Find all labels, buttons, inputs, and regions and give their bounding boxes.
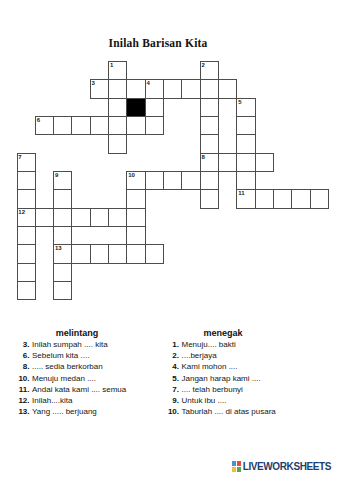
crossword-cell[interactable] — [53, 263, 72, 282]
crossword-cell[interactable] — [200, 171, 219, 190]
crossword-cell[interactable] — [17, 281, 36, 300]
crossword-cell[interactable] — [200, 134, 219, 153]
crossword-cell[interactable] — [236, 98, 255, 117]
clue-list-text: .... telah berbunyi — [182, 384, 243, 395]
crossword-cell[interactable] — [71, 116, 90, 135]
down-heading: menegak — [183, 328, 263, 338]
clue-row: 2.....berjaya — [150, 350, 276, 361]
clue-row: 12.Inilah....kita — [1, 395, 127, 406]
crossword-cell[interactable] — [181, 79, 200, 98]
clue-list-number: 12. — [1, 395, 30, 406]
clue-list-number: 9. — [150, 395, 179, 406]
crossword-cell[interactable] — [108, 134, 127, 153]
liveworksheets-brand[interactable]: LIVEWORKSHEETS — [232, 460, 331, 473]
crossword-cell[interactable] — [218, 153, 237, 172]
clue-list-number: 6. — [1, 350, 30, 361]
crossword-cell[interactable] — [17, 189, 36, 208]
crossword-cell[interactable] — [53, 208, 72, 227]
crossword-cell[interactable] — [145, 79, 164, 98]
clue-row: 10.Taburlah .... di atas pusara — [150, 406, 276, 417]
clue-row: 10.Menuju medan .... — [1, 373, 127, 384]
crossword-cell[interactable] — [163, 171, 182, 190]
crossword-cell[interactable] — [126, 79, 145, 98]
crossword-cell[interactable] — [200, 98, 219, 117]
crossword-cell[interactable] — [200, 61, 219, 80]
crossword-cell[interactable] — [236, 153, 255, 172]
clue-list-text: Menuju.... bakti — [182, 339, 236, 350]
crossword-cell[interactable] — [17, 208, 36, 227]
clue-list-text: Jangan harap kami .... — [182, 373, 261, 384]
crossword-cell[interactable] — [163, 79, 182, 98]
crossword-cell[interactable] — [200, 189, 219, 208]
crossword-cell[interactable] — [236, 134, 255, 153]
crossword-cell[interactable] — [53, 116, 72, 135]
crossword-cell[interactable] — [108, 208, 127, 227]
clue-list-number: 3. — [1, 339, 30, 350]
crossword-cell[interactable] — [35, 208, 54, 227]
crossword-cell[interactable] — [255, 189, 274, 208]
clue-list-text: Sebelum kita .... — [32, 350, 89, 361]
crossword-cell[interactable] — [236, 116, 255, 135]
crossword-cell[interactable] — [17, 171, 36, 190]
brand-name: LIVEWORKSHEETS — [243, 460, 331, 473]
crossword-cell[interactable] — [108, 79, 127, 98]
clue-list-number: 8. — [1, 361, 30, 372]
clue-list-number: 13. — [1, 406, 30, 417]
clue-list-text: ..... sedia berkorban — [32, 361, 103, 372]
clue-list-text: Taburlah .... di atas pusara — [182, 406, 276, 417]
crossword-cell[interactable] — [291, 189, 310, 208]
clue-list-number: 7. — [150, 384, 179, 395]
clue-list-text: Inilah....kita — [32, 395, 72, 406]
liveworksheets-logo-icon — [232, 461, 241, 472]
crossword-cell[interactable] — [200, 116, 219, 135]
crossword-cell[interactable] — [53, 244, 72, 263]
crossword-cell[interactable] — [126, 244, 145, 263]
clue-list-text: Menuju medan .... — [32, 373, 96, 384]
clue-row: 9.Untuk ibu .... — [150, 395, 276, 406]
clue-row: 8...... sedia berkorban — [1, 361, 127, 372]
crossword-cell[interactable] — [145, 244, 164, 263]
crossword-cell[interactable] — [71, 244, 90, 263]
crossword-cell[interactable] — [71, 208, 90, 227]
crossword-cell[interactable] — [53, 171, 72, 190]
clue-row: 11.Andai kata kami .... semua — [1, 384, 127, 395]
crossword-cell[interactable] — [53, 226, 72, 245]
crossword-cell[interactable] — [236, 189, 255, 208]
across-clue-list: 3.Inilah sumpah .... kita6.Sebelum kita … — [1, 339, 127, 417]
clue-list-text: Untuk ibu .... — [182, 395, 227, 406]
clue-list-number: 2. — [150, 350, 179, 361]
crossword-cell[interactable] — [200, 153, 219, 172]
crossword-cell[interactable] — [145, 171, 164, 190]
crossword-cell[interactable] — [108, 244, 127, 263]
crossword-cell[interactable] — [35, 116, 54, 135]
crossword-cell[interactable] — [126, 189, 145, 208]
crossword-cell[interactable] — [17, 153, 36, 172]
clue-list-text: Inilah sumpah .... kita — [32, 339, 108, 350]
clue-row: 6.Sebelum kita .... — [1, 350, 127, 361]
black-cell — [126, 98, 145, 117]
crossword-cell[interactable] — [17, 244, 36, 263]
puzzle-title: Inilah Barisan Kita — [0, 37, 316, 49]
crossword-cell[interactable] — [108, 98, 127, 117]
crossword-cell[interactable] — [236, 171, 255, 190]
across-heading: melintang — [37, 328, 117, 338]
clue-list-number: 1. — [150, 339, 179, 350]
crossword-cell[interactable] — [145, 98, 164, 117]
crossword-cell[interactable] — [17, 263, 36, 282]
clue-row: 1.Menuju.... bakti — [150, 339, 276, 350]
crossword-cell[interactable] — [200, 79, 219, 98]
crossword-cell[interactable] — [90, 116, 109, 135]
crossword-cell[interactable] — [53, 281, 72, 300]
crossword-cell[interactable] — [126, 208, 145, 227]
worksheet-page: Inilah Barisan Kita 12345678910111213 me… — [0, 0, 340, 480]
clue-row: 4.Kami mohon .... — [150, 361, 276, 372]
crossword-cell[interactable] — [218, 79, 237, 98]
crossword-board: 12345678910111213 — [17, 61, 329, 300]
clue-list-number: 10. — [1, 373, 30, 384]
crossword-cell[interactable] — [108, 116, 127, 135]
crossword-cell[interactable] — [126, 116, 145, 135]
crossword-cell[interactable] — [90, 244, 109, 263]
crossword-cell[interactable] — [90, 79, 109, 98]
clue-list-number: 10. — [150, 406, 179, 417]
clue-list-text: Yang ..... berjuang — [32, 406, 97, 417]
crossword-cell[interactable] — [17, 226, 36, 245]
clue-list-text: ....berjaya — [182, 350, 217, 361]
clue-row: 3.Inilah sumpah .... kita — [1, 339, 127, 350]
clue-row: 13.Yang ..... berjuang — [1, 406, 127, 417]
crossword-cell[interactable] — [145, 116, 164, 135]
crossword-cell[interactable] — [108, 61, 127, 80]
clue-list-text: Andai kata kami .... semua — [32, 384, 126, 395]
down-clue-list: 1.Menuju.... bakti2.....berjaya4.Kami mo… — [150, 339, 276, 417]
crossword-cell[interactable] — [310, 189, 329, 208]
crossword-cell[interactable] — [181, 171, 200, 190]
clue-list-text: Kami mohon .... — [182, 361, 238, 372]
clue-row: 7..... telah berbunyi — [150, 384, 276, 395]
clue-list-number: 5. — [150, 373, 179, 384]
crossword-cell[interactable] — [53, 189, 72, 208]
crossword-cell[interactable] — [126, 226, 145, 245]
crossword-cell[interactable] — [255, 153, 274, 172]
crossword-cell[interactable] — [126, 171, 145, 190]
clue-row: 5.Jangan harap kami .... — [150, 373, 276, 384]
clue-list-number: 4. — [150, 361, 179, 372]
clue-list-number: 11. — [1, 384, 30, 395]
crossword-cell[interactable] — [90, 208, 109, 227]
crossword-cell[interactable] — [273, 189, 292, 208]
